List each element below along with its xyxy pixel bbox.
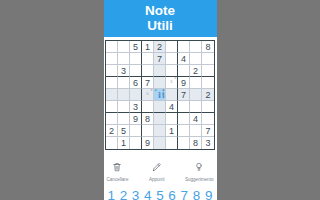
cell-r3c1[interactable] [106,65,118,77]
cell-r9c8[interactable]: 8 [190,137,202,149]
numpad-6[interactable]: 6 [168,188,176,200]
given-digit: 5 [133,42,138,52]
pencil-icon [152,158,162,176]
cell-r1c8[interactable] [190,41,202,53]
erase-button[interactable]: Cancellare [107,158,129,182]
cell-r8c2[interactable]: 5 [118,125,130,137]
given-digit: 2 [205,90,210,100]
given-digit: 9 [181,78,186,88]
cell-r6c7[interactable] [178,101,190,113]
cell-r8c1[interactable]: 2 [106,125,118,137]
given-digit: 2 [157,42,162,52]
given-digit: 8 [193,138,198,148]
cell-r6c4[interactable] [142,101,154,113]
given-digit: 5 [121,126,126,136]
given-digit: 2 [193,66,198,76]
cell-r9c3[interactable] [130,137,142,149]
lightbulb-icon [194,158,204,176]
cell-r7c1[interactable] [106,113,118,125]
cell-r2c7[interactable]: 4 [178,53,190,65]
cell-r7c6[interactable] [166,113,178,125]
given-digit: 1 [145,42,150,52]
pencil-notes: 35 [166,77,177,88]
cell-r5c7[interactable]: 7 [178,89,190,101]
cell-r8c8[interactable] [190,125,202,137]
cell-r1c3[interactable]: 5 [130,41,142,53]
cell-r4c2[interactable] [118,77,130,89]
given-digit: 9 [145,138,150,148]
numpad-5[interactable]: 5 [156,188,164,200]
cell-r1c4[interactable]: 1 [142,41,154,53]
cell-r5c4[interactable]: 35 [142,89,154,101]
cell-r4c8[interactable] [190,77,202,89]
title-line-1: Note [104,4,217,19]
given-digit: 8 [145,114,150,124]
cell-r3c2[interactable]: 3 [118,65,130,77]
hint-label: Suggerimento [185,177,214,182]
cell-r3c8[interactable]: 2 [190,65,202,77]
given-digit: 7 [157,54,162,64]
cell-r3c3[interactable] [130,65,142,77]
cell-r9c9[interactable]: 3 [202,137,214,149]
given-digit: 4 [193,114,198,124]
given-digit: 3 [205,138,210,148]
cell-r1c5[interactable]: 2 [154,41,166,53]
sudoku-app-screen: Note Utili 51287432673593513568972349842… [104,0,217,200]
sudoku-board: 512874326735935135689723498425171983 [105,40,215,150]
cell-r5c6[interactable] [166,89,178,101]
page-title: Note Utili [104,0,217,37]
numpad-8[interactable]: 8 [193,188,201,200]
cell-r7c8[interactable]: 4 [190,113,202,125]
cell-r2c6[interactable] [166,53,178,65]
numpad-9[interactable]: 9 [205,188,213,200]
cell-r3c4[interactable] [142,65,154,77]
cell-r4c6[interactable]: 35 [166,77,178,89]
cell-r1c2[interactable] [118,41,130,53]
cell-r7c7[interactable] [178,113,190,125]
numpad-2[interactable]: 2 [120,188,128,200]
number-pad: 123456789 [104,188,217,200]
cell-r4c1[interactable] [106,77,118,89]
cell-r5c1[interactable] [106,89,118,101]
cell-r6c3[interactable]: 3 [130,101,142,113]
cell-r2c9[interactable] [202,53,214,65]
cell-r2c5[interactable]: 7 [154,53,166,65]
notes-button[interactable]: Appunti [149,158,165,182]
numpad-4[interactable]: 4 [144,188,152,200]
cell-r7c4[interactable]: 8 [142,113,154,125]
given-digit: 1 [169,126,174,136]
cell-r8c5[interactable] [154,125,166,137]
cell-r1c9[interactable]: 8 [202,41,214,53]
cell-r9c6[interactable] [166,137,178,149]
given-digit: 9 [133,114,138,124]
hint-button[interactable]: Suggerimento [185,158,214,182]
cell-r7c9[interactable] [202,113,214,125]
title-line-2: Utili [104,19,217,34]
cell-r6c5[interactable] [154,101,166,113]
cell-r3c7[interactable] [178,65,190,77]
cell-r6c8[interactable] [190,101,202,113]
given-digit: 3 [121,66,126,76]
cell-r9c2[interactable]: 1 [118,137,130,149]
erase-label: Cancellare [107,177,129,182]
given-digit: 3 [133,102,138,112]
cell-r6c2[interactable] [118,101,130,113]
cell-r9c5[interactable] [154,137,166,149]
cell-r5c2[interactable] [118,89,130,101]
cell-r7c2[interactable] [118,113,130,125]
given-digit: 7 [145,78,150,88]
cell-r2c8[interactable] [190,53,202,65]
pencil-notes: 35 [142,89,153,100]
cell-r8c6[interactable]: 1 [166,125,178,137]
pencil-notes: 135689 [154,89,165,100]
cell-r8c9[interactable]: 7 [202,125,214,137]
cell-r3c5[interactable] [154,65,166,77]
toolbar: Cancellare Appunti Suggerimento [104,158,217,182]
cell-r9c4[interactable]: 9 [142,137,154,149]
cell-r6c1[interactable] [106,101,118,113]
cell-r3c6[interactable] [166,65,178,77]
cell-r7c3[interactable]: 9 [130,113,142,125]
given-digit: 7 [181,90,186,100]
cell-r1c6[interactable] [166,41,178,53]
cell-r6c9[interactable] [202,101,214,113]
cell-r2c1[interactable] [106,53,118,65]
given-digit: 4 [169,102,174,112]
cell-r3c9[interactable] [202,65,214,77]
cell-r1c1[interactable] [106,41,118,53]
cell-r4c5[interactable] [154,77,166,89]
numpad-1[interactable]: 1 [108,188,116,200]
given-digit: 1 [121,138,126,148]
cell-r8c7[interactable] [178,125,190,137]
cell-r5c3[interactable] [130,89,142,101]
cell-r8c4[interactable] [142,125,154,137]
cell-r7c5[interactable] [154,113,166,125]
cell-r4c3[interactable]: 6 [130,77,142,89]
trash-icon [112,158,122,176]
cell-r2c3[interactable] [130,53,142,65]
cell-r2c2[interactable] [118,53,130,65]
notes-label: Appunti [149,177,165,182]
cell-r2c4[interactable] [142,53,154,65]
cell-r9c7[interactable] [178,137,190,149]
given-digit: 4 [181,54,186,64]
numpad-7[interactable]: 7 [181,188,189,200]
given-digit: 7 [205,126,210,136]
cell-r5c9[interactable]: 2 [202,89,214,101]
cell-r6c6[interactable]: 4 [166,101,178,113]
cell-r5c5[interactable]: 135689 [154,89,166,101]
cell-r4c4[interactable]: 7 [142,77,154,89]
given-digit: 2 [109,126,114,136]
cell-r8c3[interactable] [130,125,142,137]
cell-r4c7[interactable]: 9 [178,77,190,89]
given-digit: 6 [133,78,138,88]
numpad-3[interactable]: 3 [132,188,140,200]
cell-r5c8[interactable] [190,89,202,101]
cell-r4c9[interactable] [202,77,214,89]
given-digit: 8 [205,42,210,52]
cell-r1c7[interactable] [178,41,190,53]
cell-r9c1[interactable] [106,137,118,149]
